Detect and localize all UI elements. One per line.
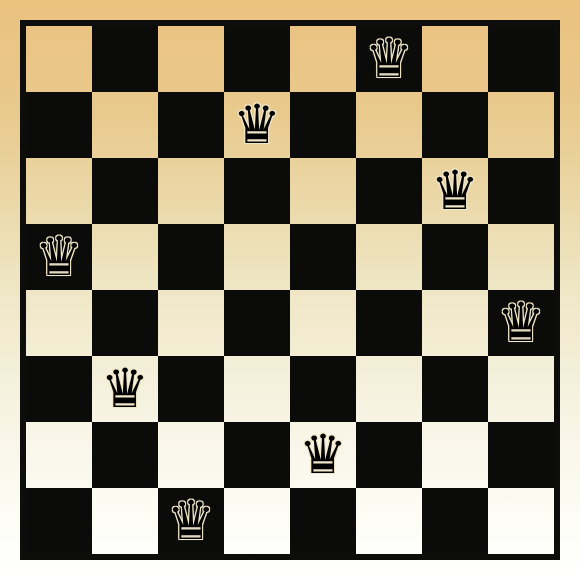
square-g4[interactable]: [422, 290, 488, 356]
square-f3[interactable]: [356, 356, 422, 422]
square-h8[interactable]: [488, 26, 554, 92]
square-b4[interactable]: [92, 290, 158, 356]
square-f4[interactable]: [356, 290, 422, 356]
square-e2[interactable]: ♛: [290, 422, 356, 488]
black-queen-on-g6: ♛: [431, 164, 479, 218]
square-h2[interactable]: [488, 422, 554, 488]
square-g1[interactable]: [422, 488, 488, 554]
square-e7[interactable]: [290, 92, 356, 158]
square-b8[interactable]: [92, 26, 158, 92]
square-b3[interactable]: ♛: [92, 356, 158, 422]
square-h4[interactable]: ♛: [488, 290, 554, 356]
square-d4[interactable]: [224, 290, 290, 356]
square-g5[interactable]: [422, 224, 488, 290]
square-g8[interactable]: [422, 26, 488, 92]
square-a1[interactable]: [26, 488, 92, 554]
square-h1[interactable]: [488, 488, 554, 554]
square-a4[interactable]: [26, 290, 92, 356]
square-e4[interactable]: [290, 290, 356, 356]
square-e1[interactable]: [290, 488, 356, 554]
square-b2[interactable]: [92, 422, 158, 488]
square-c6[interactable]: [158, 158, 224, 224]
square-b6[interactable]: [92, 158, 158, 224]
square-a7[interactable]: [26, 92, 92, 158]
square-h6[interactable]: [488, 158, 554, 224]
page-background: ♛♛♛♛♛♛♛♛: [0, 0, 580, 580]
square-c2[interactable]: [158, 422, 224, 488]
square-a5[interactable]: ♛: [26, 224, 92, 290]
square-a6[interactable]: [26, 158, 92, 224]
square-e3[interactable]: [290, 356, 356, 422]
square-g7[interactable]: [422, 92, 488, 158]
square-e5[interactable]: [290, 224, 356, 290]
square-g2[interactable]: [422, 422, 488, 488]
square-h5[interactable]: [488, 224, 554, 290]
square-c7[interactable]: [158, 92, 224, 158]
black-queen-on-c1: ♛: [167, 494, 215, 548]
square-c1[interactable]: ♛: [158, 488, 224, 554]
square-e6[interactable]: [290, 158, 356, 224]
square-d2[interactable]: [224, 422, 290, 488]
black-queen-on-b3: ♛: [101, 362, 149, 416]
square-g6[interactable]: ♛: [422, 158, 488, 224]
square-d6[interactable]: [224, 158, 290, 224]
square-c4[interactable]: [158, 290, 224, 356]
square-f1[interactable]: [356, 488, 422, 554]
square-a8[interactable]: [26, 26, 92, 92]
square-d5[interactable]: [224, 224, 290, 290]
square-a2[interactable]: [26, 422, 92, 488]
square-g3[interactable]: [422, 356, 488, 422]
square-d3[interactable]: [224, 356, 290, 422]
square-b1[interactable]: [92, 488, 158, 554]
square-a3[interactable]: [26, 356, 92, 422]
square-f7[interactable]: [356, 92, 422, 158]
square-d8[interactable]: [224, 26, 290, 92]
black-queen-on-e2: ♛: [299, 428, 347, 482]
square-h7[interactable]: [488, 92, 554, 158]
square-d7[interactable]: ♛: [224, 92, 290, 158]
black-queen-on-d7: ♛: [233, 98, 281, 152]
square-h3[interactable]: [488, 356, 554, 422]
square-e8[interactable]: [290, 26, 356, 92]
square-f5[interactable]: [356, 224, 422, 290]
square-c3[interactable]: [158, 356, 224, 422]
black-queen-on-h4: ♛: [497, 296, 545, 350]
square-c5[interactable]: [158, 224, 224, 290]
black-queen-on-a5: ♛: [35, 230, 83, 284]
square-f8[interactable]: ♛: [356, 26, 422, 92]
square-b7[interactable]: [92, 92, 158, 158]
square-c8[interactable]: [158, 26, 224, 92]
square-d1[interactable]: [224, 488, 290, 554]
black-queen-on-f8: ♛: [365, 32, 413, 86]
square-f2[interactable]: [356, 422, 422, 488]
square-b5[interactable]: [92, 224, 158, 290]
square-f6[interactable]: [356, 158, 422, 224]
chessboard: ♛♛♛♛♛♛♛♛: [20, 20, 560, 560]
